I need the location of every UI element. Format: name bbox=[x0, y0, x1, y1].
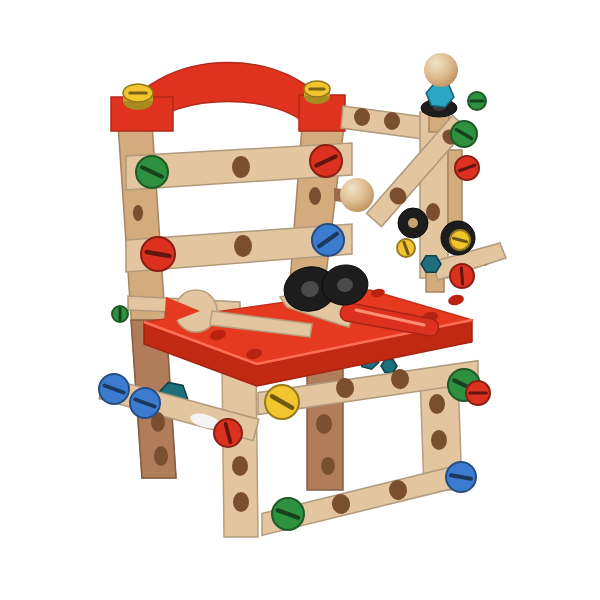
slat1-right-red-screw bbox=[310, 145, 342, 177]
arch-cap-right-screw bbox=[304, 81, 330, 104]
stretcher-blue-screw bbox=[446, 462, 476, 492]
post-green-sliver-screw bbox=[112, 306, 128, 322]
underseat-teal-nut-2 bbox=[381, 359, 397, 372]
figure-right-red-screw bbox=[455, 156, 479, 180]
brace-red-screw bbox=[214, 419, 242, 447]
stretcher-green-screw bbox=[272, 498, 304, 530]
brace-blue-upper-screw bbox=[99, 374, 129, 404]
right-leg-red-screw bbox=[466, 381, 490, 405]
plank-hole bbox=[232, 456, 248, 476]
brace-blue-lower-screw bbox=[130, 388, 160, 418]
plank-hole bbox=[354, 108, 370, 126]
figure-wheel-yellow-screw bbox=[450, 230, 470, 250]
plank-hole bbox=[384, 112, 400, 130]
plank-hole bbox=[426, 203, 440, 221]
accessory-figure bbox=[341, 53, 506, 292]
apron-yellow-screw bbox=[265, 385, 299, 419]
plank-hole bbox=[233, 492, 249, 512]
toy-chair-illustration bbox=[0, 0, 600, 600]
figure-top-green-screw bbox=[468, 92, 486, 110]
plank-hole bbox=[232, 156, 250, 178]
figure-shoulder-green-screw bbox=[451, 121, 477, 147]
plank-hole bbox=[309, 187, 321, 205]
plank-hole bbox=[316, 414, 332, 434]
slat2-right-blue-screw bbox=[312, 224, 344, 256]
plank-hole bbox=[133, 205, 143, 221]
figure-teal-nut bbox=[421, 256, 441, 272]
figure-left-yellow-screw bbox=[397, 239, 415, 257]
slat2-left-red-screw bbox=[141, 237, 175, 271]
arch-cap-left-screw bbox=[123, 84, 153, 110]
plank-hole bbox=[429, 394, 445, 414]
figure-wheel-1 bbox=[398, 208, 428, 238]
slat1-left-green-screw bbox=[136, 156, 168, 188]
product-photo bbox=[0, 0, 600, 600]
ball-peg bbox=[340, 178, 374, 212]
plank-hole bbox=[154, 446, 168, 466]
plank-hole bbox=[321, 457, 335, 475]
figure-bottom-red-screw bbox=[450, 264, 474, 288]
figure-ball-head bbox=[424, 53, 458, 87]
seat-hole bbox=[447, 293, 465, 306]
plank-hole bbox=[431, 430, 447, 450]
plank-hole bbox=[234, 235, 252, 257]
